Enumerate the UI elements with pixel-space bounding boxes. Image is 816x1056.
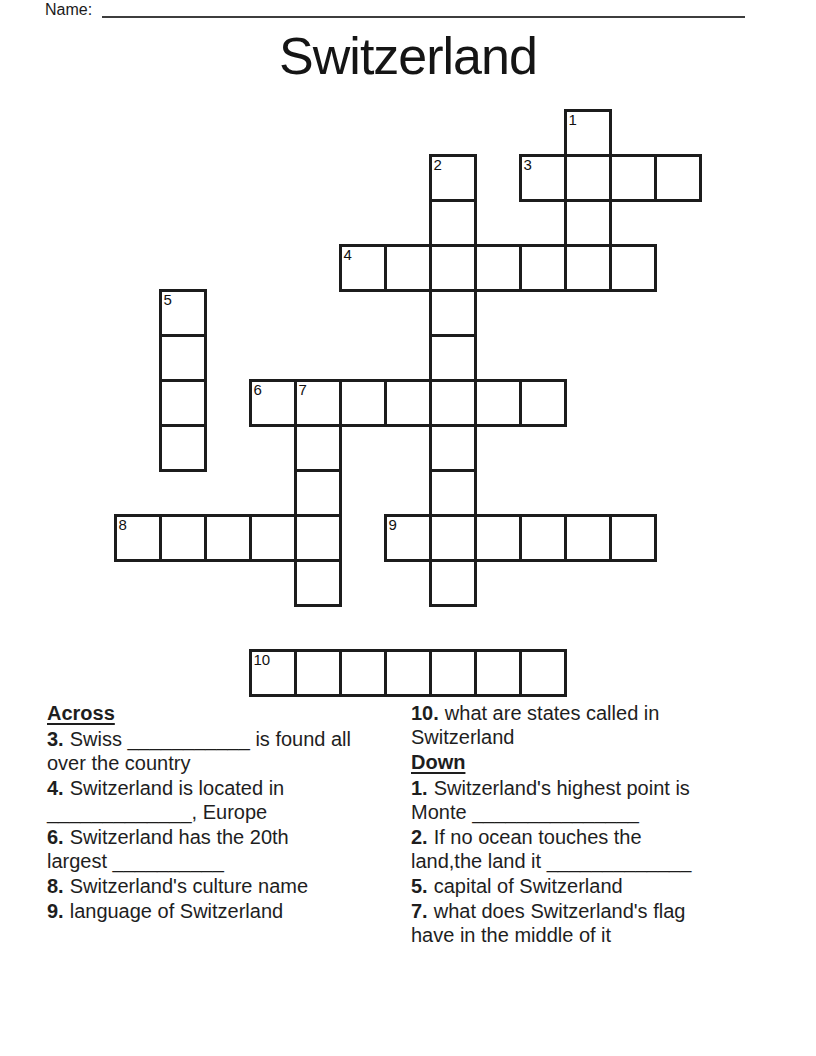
grid-cell-c8-r12[interactable] xyxy=(474,649,522,697)
grid-cell-c1-r7[interactable] xyxy=(159,424,207,472)
grid-cell-c3-r12[interactable]: 10 xyxy=(249,649,297,697)
clue-number-1: 1 xyxy=(569,112,577,128)
clue-number-2: 2 xyxy=(434,157,442,173)
clue-down-5: 5.capital of Switzerland xyxy=(411,874,787,898)
clue-down-1: 1.Switzerland's highest point is Monte _… xyxy=(411,776,787,824)
grid-cell-c9-r3[interactable] xyxy=(519,244,567,292)
grid-cell-c7-r3[interactable] xyxy=(429,244,477,292)
grid-cell-c8-r6[interactable] xyxy=(474,379,522,427)
down-heading: Down xyxy=(411,750,787,774)
clue-num-label: 2. xyxy=(411,826,428,848)
clue-num-label: 4. xyxy=(47,777,64,799)
grid-cell-c7-r10[interactable] xyxy=(429,559,477,607)
clue-text: capital of Switzerland xyxy=(434,875,623,897)
clue-num-label: 9. xyxy=(47,900,64,922)
grid-cell-c4-r12[interactable] xyxy=(294,649,342,697)
grid-cell-c9-r6[interactable] xyxy=(519,379,567,427)
clue-number-4: 4 xyxy=(344,247,352,263)
clue-number-7: 7 xyxy=(299,382,307,398)
clue-down-7: 7.what does Switzerland's flag have in t… xyxy=(411,899,787,947)
grid-cell-c7-r9[interactable] xyxy=(429,514,477,562)
clue-across-10: 10.what are states called in Switzerland xyxy=(411,701,787,749)
clue-num-label: 1. xyxy=(411,777,428,799)
clue-across-9: 9.language of Switzerland xyxy=(47,899,403,923)
clue-text: If no ocean touches the land,the land it… xyxy=(411,826,691,872)
clue-number-10: 10 xyxy=(254,652,271,668)
clue-number-3: 3 xyxy=(524,157,532,173)
grid-cell-c5-r3[interactable]: 4 xyxy=(339,244,387,292)
clue-text: Switzerland has the 20th largest _______… xyxy=(47,826,289,872)
grid-cell-c1-r9[interactable] xyxy=(159,514,207,562)
clue-across-6: 6.Switzerland has the 20th largest _____… xyxy=(47,825,403,873)
clue-num-label: 10. xyxy=(411,702,439,724)
clue-num-label: 7. xyxy=(411,900,428,922)
grid-cell-c4-r6[interactable]: 7 xyxy=(294,379,342,427)
clue-down-2: 2.If no ocean touches the land,the land … xyxy=(411,825,787,873)
grid-cell-c7-r6[interactable] xyxy=(429,379,477,427)
grid-cell-c8-r9[interactable] xyxy=(474,514,522,562)
grid-cell-c10-r9[interactable] xyxy=(564,514,612,562)
grid-cell-c6-r6[interactable] xyxy=(384,379,432,427)
clue-text: what are states called in Switzerland xyxy=(411,702,659,748)
grid-cell-c3-r9[interactable] xyxy=(249,514,297,562)
grid-cell-c4-r7[interactable] xyxy=(294,424,342,472)
clue-across-4: 4.Switzerland is located in ____________… xyxy=(47,776,403,824)
grid-cell-c9-r9[interactable] xyxy=(519,514,567,562)
grid-cell-c6-r9[interactable]: 9 xyxy=(384,514,432,562)
worksheet-page: Name: Switzerland 12345678910 Across3.Sw… xyxy=(0,0,816,1056)
grid-cell-c8-r3[interactable] xyxy=(474,244,522,292)
clue-num-label: 6. xyxy=(47,826,64,848)
clue-number-9: 9 xyxy=(389,517,397,533)
grid-cell-c4-r9[interactable] xyxy=(294,514,342,562)
grid-cell-c0-r9[interactable]: 8 xyxy=(114,514,162,562)
grid-cell-c1-r6[interactable] xyxy=(159,379,207,427)
grid-cell-c7-r12[interactable] xyxy=(429,649,477,697)
clue-num-label: 3. xyxy=(47,728,64,750)
clue-across-8: 8.Switzerland's culture name xyxy=(47,874,403,898)
clue-number-5: 5 xyxy=(164,292,172,308)
grid-cell-c7-r5[interactable] xyxy=(429,334,477,382)
clue-text: what does Switzerland's flag have in the… xyxy=(411,900,685,946)
grid-cell-c5-r12[interactable] xyxy=(339,649,387,697)
grid-cell-c1-r4[interactable]: 5 xyxy=(159,289,207,337)
clues-column-right: 10.what are states called in Switzerland… xyxy=(411,701,787,948)
grid-cell-c7-r8[interactable] xyxy=(429,469,477,517)
clue-number-8: 8 xyxy=(119,517,127,533)
grid-cell-c7-r1[interactable]: 2 xyxy=(429,154,477,202)
grid-cell-c7-r2[interactable] xyxy=(429,199,477,247)
grid-cell-c9-r1[interactable]: 3 xyxy=(519,154,567,202)
grid-cell-c12-r1[interactable] xyxy=(654,154,702,202)
grid-cell-c10-r3[interactable] xyxy=(564,244,612,292)
grid-cell-c11-r1[interactable] xyxy=(609,154,657,202)
grid-cell-c5-r6[interactable] xyxy=(339,379,387,427)
clue-text: Switzerland's culture name xyxy=(70,875,308,897)
grid-cell-c6-r12[interactable] xyxy=(384,649,432,697)
grid-cell-c11-r9[interactable] xyxy=(609,514,657,562)
clue-across-3: 3.Swiss ___________ is found all over th… xyxy=(47,727,403,775)
across-heading: Across xyxy=(47,701,403,725)
clue-text: Switzerland is located in _____________,… xyxy=(47,777,284,823)
grid-cell-c7-r4[interactable] xyxy=(429,289,477,337)
grid-cell-c1-r5[interactable] xyxy=(159,334,207,382)
crossword-grid: 12345678910 xyxy=(0,0,816,716)
clue-number-6: 6 xyxy=(254,382,262,398)
clue-text: Switzerland's highest point is Monte ___… xyxy=(411,777,690,823)
grid-cell-c6-r3[interactable] xyxy=(384,244,432,292)
clue-num-label: 8. xyxy=(47,875,64,897)
clue-text: language of Switzerland xyxy=(70,900,283,922)
grid-cell-c10-r1[interactable] xyxy=(564,154,612,202)
grid-cell-c11-r3[interactable] xyxy=(609,244,657,292)
clue-num-label: 5. xyxy=(411,875,428,897)
grid-cell-c3-r6[interactable]: 6 xyxy=(249,379,297,427)
grid-cell-c10-r2[interactable] xyxy=(564,199,612,247)
grid-cell-c9-r12[interactable] xyxy=(519,649,567,697)
grid-cell-c4-r10[interactable] xyxy=(294,559,342,607)
grid-cell-c10-r0[interactable]: 1 xyxy=(564,109,612,157)
clue-text: Swiss ___________ is found all over the … xyxy=(47,728,351,774)
clues-column-left: Across3.Swiss ___________ is found all o… xyxy=(47,701,403,924)
grid-cell-c4-r8[interactable] xyxy=(294,469,342,517)
grid-cell-c7-r7[interactable] xyxy=(429,424,477,472)
grid-cell-c2-r9[interactable] xyxy=(204,514,252,562)
